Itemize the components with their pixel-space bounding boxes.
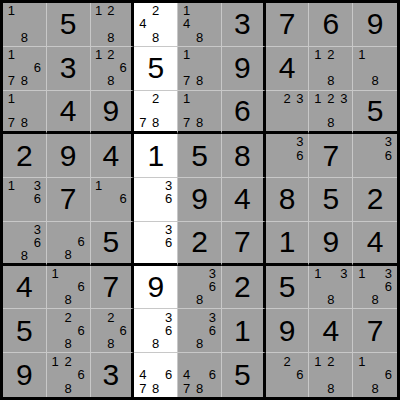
pencil-mark-8: 8 — [105, 337, 117, 350]
sudoku-cell-r2c4[interactable]: 5 — [134, 47, 178, 91]
pencil-mark-8: 8 — [368, 74, 381, 87]
pencil-mark-2: 2 — [105, 48, 117, 61]
pencil-mark-2: 2 — [281, 354, 294, 368]
sudoku-cell-r5c7[interactable]: 8 — [266, 178, 310, 222]
pencil-marks: 178 — [178, 47, 221, 90]
sudoku-cell-r2c7[interactable]: 4 — [266, 47, 310, 91]
sudoku-cell-r1c6[interactable]: 3 — [222, 3, 266, 47]
pencil-marks: 268 — [47, 309, 90, 352]
cell-value: 4 — [60, 96, 77, 126]
sudoku-cell-r7c9[interactable]: 1368 — [353, 266, 397, 310]
pencil-mark-6: 6 — [75, 235, 88, 248]
sudoku-cell-r3c4[interactable]: 278 — [134, 91, 178, 135]
cell-value: 5 — [60, 9, 77, 39]
sudoku-cell-r4c9[interactable]: 36 — [353, 134, 397, 178]
pencil-marks: 1268 — [47, 353, 90, 397]
sudoku-cell-r3c6[interactable]: 6 — [222, 91, 266, 135]
pencil-mark-3: 3 — [337, 92, 350, 105]
pencil-mark-4: 4 — [136, 368, 149, 382]
pencil-mark-8: 8 — [324, 74, 337, 87]
sudoku-cell-r8c6[interactable]: 1 — [222, 309, 266, 353]
pencil-mark-6: 6 — [206, 280, 219, 293]
sudoku-cell-r3c1[interactable]: 178 — [3, 91, 47, 135]
pencil-mark-8: 8 — [105, 31, 117, 44]
pencil-mark-8: 8 — [62, 293, 75, 306]
sudoku-cell-r3c3[interactable]: 9 — [91, 91, 135, 135]
pencil-marks: 18 — [3, 3, 46, 46]
pencil-marks: 168 — [47, 266, 90, 309]
sudoku-cell-r1c1[interactable]: 18 — [3, 3, 47, 47]
pencil-marks: 1678 — [3, 47, 46, 90]
pencil-mark-8: 8 — [105, 74, 117, 87]
pencil-mark-6: 6 — [294, 368, 307, 382]
pencil-mark-6: 6 — [162, 236, 175, 249]
sudoku-cell-r2c2[interactable]: 3 — [47, 47, 91, 91]
pencil-marks: 128 — [91, 3, 132, 46]
cell-value: 3 — [234, 9, 251, 39]
sudoku-cell-r2c6[interactable]: 9 — [222, 47, 266, 91]
sudoku-cell-r5c2[interactable]: 7 — [47, 178, 91, 222]
pencil-mark-1: 1 — [311, 267, 324, 280]
pencil-mark-2: 2 — [149, 92, 162, 105]
pencil-marks: 178 — [178, 91, 221, 132]
pencil-marks: 368 — [178, 266, 221, 309]
sudoku-cell-r9c5[interactable]: 4678 — [178, 353, 222, 397]
cell-value: 7 — [234, 227, 251, 257]
cell-value: 9 — [60, 141, 77, 171]
sudoku-cell-r4c8[interactable]: 7 — [309, 134, 353, 178]
cell-value: 4 — [103, 141, 120, 171]
cell-value: 9 — [16, 360, 33, 390]
pencil-mark-8: 8 — [193, 116, 206, 129]
cell-value: 5 — [279, 272, 296, 302]
cell-value: 2 — [191, 227, 208, 257]
pencil-marks: 36 — [353, 134, 397, 177]
sudoku-cell-r3c9[interactable]: 5 — [353, 91, 397, 135]
pencil-mark-3: 3 — [337, 267, 350, 280]
sudoku-cell-r9c4[interactable]: 4678 — [134, 353, 178, 397]
pencil-marks: 1368 — [353, 266, 397, 309]
pencil-marks: 68 — [47, 222, 90, 263]
sudoku-cell-r8c9[interactable]: 7 — [353, 309, 397, 353]
sudoku-cell-r7c7[interactable]: 5 — [266, 266, 310, 310]
sudoku-cell-r1c4[interactable]: 248 — [134, 3, 178, 47]
pencil-mark-3: 3 — [382, 267, 395, 280]
pencil-mark-8: 8 — [18, 116, 31, 129]
pencil-marks: 248 — [134, 3, 177, 46]
pencil-mark-3: 3 — [206, 310, 219, 323]
pencil-marks: 278 — [134, 91, 177, 132]
sudoku-cell-r2c8[interactable]: 128 — [309, 47, 353, 91]
sudoku-cell-r2c9[interactable]: 18 — [353, 47, 397, 91]
pencil-marks: 4678 — [134, 353, 177, 397]
cell-value: 2 — [16, 141, 33, 171]
pencil-mark-1: 1 — [5, 92, 18, 105]
sudoku-cell-r4c5[interactable]: 5 — [178, 134, 222, 178]
pencil-mark-8: 8 — [193, 31, 206, 44]
sudoku-cell-r3c2[interactable]: 4 — [47, 91, 91, 135]
pencil-mark-6: 6 — [31, 236, 44, 249]
pencil-mark-1: 1 — [93, 4, 105, 17]
pencil-mark-6: 6 — [31, 61, 44, 74]
sudoku-cell-r9c8[interactable]: 128 — [309, 353, 353, 397]
pencil-mark-7: 7 — [5, 116, 18, 129]
pencil-mark-8: 8 — [62, 337, 75, 350]
pencil-mark-3: 3 — [206, 267, 219, 280]
pencil-marks: 1238 — [309, 91, 352, 132]
sudoku-cell-r3c8[interactable]: 1238 — [309, 91, 353, 135]
pencil-marks: 128 — [309, 353, 352, 397]
sudoku-cell-r8c2[interactable]: 268 — [47, 309, 91, 353]
sudoku-cell-r5c4[interactable]: 36 — [134, 178, 178, 222]
pencil-mark-7: 7 — [136, 381, 149, 395]
pencil-mark-1: 1 — [355, 267, 368, 280]
cell-value: 7 — [322, 141, 339, 171]
sudoku-cell-r4c1[interactable]: 2 — [3, 134, 47, 178]
cell-value: 9 — [103, 96, 120, 126]
pencil-marks: 36 — [134, 178, 177, 221]
pencil-mark-1: 1 — [5, 4, 18, 17]
pencil-mark-1: 1 — [180, 48, 193, 61]
sudoku-cell-r9c3[interactable]: 3 — [91, 353, 135, 397]
sudoku-cell-r3c7[interactable]: 23 — [266, 91, 310, 135]
cell-value: 4 — [367, 227, 384, 257]
pencil-marks: 16 — [91, 178, 132, 221]
sudoku-cell-r6c2[interactable]: 68 — [47, 222, 91, 266]
cell-value: 7 — [279, 9, 296, 39]
pencil-mark-4: 4 — [180, 368, 193, 382]
pencil-mark-8: 8 — [62, 381, 75, 395]
pencil-mark-7: 7 — [180, 74, 193, 87]
pencil-mark-3: 3 — [294, 135, 307, 148]
sudoku-cell-r2c5[interactable]: 178 — [178, 47, 222, 91]
pencil-mark-7: 7 — [5, 74, 18, 87]
cell-value: 5 — [367, 96, 384, 126]
pencil-mark-1: 1 — [311, 92, 324, 105]
cell-value: 4 — [234, 184, 251, 214]
pencil-mark-7: 7 — [180, 116, 193, 129]
pencil-marks: 178 — [3, 91, 46, 132]
pencil-marks: 368 — [178, 309, 221, 352]
cell-value: 5 — [234, 360, 251, 390]
cell-value: 8 — [234, 141, 251, 171]
sudoku-cell-r8c8[interactable]: 4 — [309, 309, 353, 353]
cell-value: 6 — [234, 96, 251, 126]
cell-value: 5 — [322, 184, 339, 214]
sudoku-cell-r7c1[interactable]: 4 — [3, 266, 47, 310]
cell-value: 4 — [322, 316, 339, 346]
sudoku-cell-r8c1[interactable]: 5 — [3, 309, 47, 353]
pencil-marks: 148 — [178, 3, 221, 46]
cell-value: 8 — [279, 184, 296, 214]
sudoku-cell-r6c1[interactable]: 368 — [3, 222, 47, 266]
sudoku-cell-r1c5[interactable]: 148 — [178, 3, 222, 47]
pencil-mark-1: 1 — [355, 48, 368, 61]
cell-value: 7 — [367, 316, 384, 346]
sudoku-cell-r6c9[interactable]: 4 — [353, 222, 397, 266]
sudoku-cell-r1c8[interactable]: 6 — [309, 3, 353, 47]
pencil-mark-8: 8 — [324, 293, 337, 306]
pencil-mark-6: 6 — [382, 149, 395, 162]
sudoku-cell-r7c8[interactable]: 138 — [309, 266, 353, 310]
cell-value: 9 — [367, 9, 384, 39]
cell-value: 1 — [234, 316, 251, 346]
sudoku-cell-r1c2[interactable]: 5 — [47, 3, 91, 47]
pencil-mark-3: 3 — [31, 179, 44, 192]
pencil-mark-8: 8 — [368, 293, 381, 306]
pencil-mark-1: 1 — [355, 354, 368, 368]
pencil-mark-1: 1 — [93, 179, 105, 192]
sudoku-cell-r1c7[interactable]: 7 — [266, 3, 310, 47]
pencil-marks: 128 — [309, 47, 352, 90]
pencil-mark-1: 1 — [311, 354, 324, 368]
pencil-mark-8: 8 — [193, 337, 206, 350]
sudoku-cell-r9c6[interactable]: 5 — [222, 353, 266, 397]
sudoku-cell-r7c6[interactable]: 2 — [222, 266, 266, 310]
pencil-marks: 1268 — [91, 47, 132, 90]
cell-value: 3 — [103, 360, 120, 390]
sudoku-cell-r6c6[interactable]: 7 — [222, 222, 266, 266]
sudoku-cell-r8c5[interactable]: 368 — [178, 309, 222, 353]
cell-value: 9 — [322, 227, 339, 257]
pencil-mark-6: 6 — [75, 368, 88, 382]
pencil-mark-3: 3 — [382, 135, 395, 148]
pencil-mark-7: 7 — [180, 381, 193, 395]
pencil-mark-2: 2 — [105, 4, 117, 17]
pencil-mark-2: 2 — [281, 92, 294, 105]
pencil-marks: 136 — [3, 178, 46, 221]
pencil-mark-3: 3 — [31, 223, 44, 236]
pencil-mark-6: 6 — [382, 280, 395, 293]
pencil-mark-6: 6 — [162, 324, 175, 337]
pencil-mark-1: 1 — [5, 48, 18, 61]
sudoku-cell-r9c7[interactable]: 26 — [266, 353, 310, 397]
sudoku-cell-r5c8[interactable]: 5 — [309, 178, 353, 222]
cell-value: 5 — [16, 316, 33, 346]
pencil-mark-2: 2 — [62, 354, 75, 368]
pencil-mark-8: 8 — [324, 381, 337, 395]
pencil-mark-3: 3 — [162, 223, 175, 236]
pencil-mark-7: 7 — [136, 116, 149, 129]
pencil-marks: 26 — [266, 353, 309, 397]
pencil-mark-2: 2 — [324, 48, 337, 61]
cell-value: 7 — [60, 184, 77, 214]
cell-value: 9 — [191, 184, 208, 214]
cell-value: 9 — [147, 272, 164, 302]
sudoku-cell-r5c5[interactable]: 9 — [178, 178, 222, 222]
pencil-mark-4: 4 — [136, 17, 149, 30]
pencil-mark-6: 6 — [117, 192, 129, 205]
cell-value: 9 — [234, 53, 251, 83]
pencil-mark-8: 8 — [368, 381, 381, 395]
pencil-mark-8: 8 — [149, 31, 162, 44]
sudoku-cell-r1c9[interactable]: 9 — [353, 3, 397, 47]
pencil-mark-6: 6 — [162, 368, 175, 382]
cell-value: 4 — [279, 53, 296, 83]
cell-value: 6 — [322, 9, 339, 39]
pencil-mark-6: 6 — [206, 324, 219, 337]
cell-value: 3 — [60, 53, 77, 83]
sudoku-cell-r8c3[interactable]: 268 — [91, 309, 135, 353]
pencil-mark-1: 1 — [311, 48, 324, 61]
cell-value: 9 — [279, 316, 296, 346]
pencil-marks: 36 — [134, 222, 177, 263]
pencil-mark-2: 2 — [62, 310, 75, 323]
pencil-mark-8: 8 — [18, 249, 31, 262]
cell-value: 4 — [16, 272, 33, 302]
sudoku-cell-r4c4[interactable]: 1 — [134, 134, 178, 178]
pencil-mark-1: 1 — [5, 179, 18, 192]
pencil-mark-2: 2 — [324, 92, 337, 105]
cell-value: 2 — [367, 184, 384, 214]
pencil-mark-6: 6 — [31, 192, 44, 205]
sudoku-cell-r4c3[interactable]: 4 — [91, 134, 135, 178]
pencil-mark-8: 8 — [62, 248, 75, 261]
pencil-mark-6: 6 — [162, 192, 175, 205]
sudoku-cell-r2c3[interactable]: 1268 — [91, 47, 135, 91]
cell-value: 7 — [103, 272, 120, 302]
pencil-mark-3: 3 — [294, 92, 307, 105]
pencil-mark-8: 8 — [149, 381, 162, 395]
sudoku-cell-r5c1[interactable]: 136 — [3, 178, 47, 222]
sudoku-cell-r5c6[interactable]: 4 — [222, 178, 266, 222]
sudoku-board: 1851282481483769167831268517894128181784… — [0, 0, 400, 400]
sudoku-cell-r7c4[interactable]: 9 — [134, 266, 178, 310]
sudoku-cell-r9c1[interactable]: 9 — [3, 353, 47, 397]
pencil-mark-8: 8 — [149, 116, 162, 129]
pencil-mark-1: 1 — [49, 354, 62, 368]
cell-value: 1 — [279, 227, 296, 257]
pencil-marks: 368 — [134, 309, 177, 352]
cell-value: 2 — [234, 272, 251, 302]
sudoku-cell-r4c7[interactable]: 36 — [266, 134, 310, 178]
pencil-mark-8: 8 — [149, 337, 162, 350]
pencil-mark-8: 8 — [18, 74, 31, 87]
pencil-mark-1: 1 — [180, 4, 193, 17]
sudoku-cell-r4c6[interactable]: 8 — [222, 134, 266, 178]
sudoku-cell-r6c8[interactable]: 9 — [309, 222, 353, 266]
cell-value: 5 — [147, 53, 164, 83]
pencil-mark-6: 6 — [117, 61, 129, 74]
pencil-mark-4: 4 — [180, 17, 193, 30]
pencil-marks: 268 — [91, 309, 132, 352]
pencil-marks: 36 — [266, 134, 309, 177]
pencil-mark-6: 6 — [117, 324, 129, 337]
sudoku-cell-r9c9[interactable]: 168 — [353, 353, 397, 397]
pencil-mark-1: 1 — [180, 92, 193, 105]
pencil-marks: 18 — [353, 47, 397, 90]
sudoku-cell-r7c3[interactable]: 7 — [91, 266, 135, 310]
pencil-mark-6: 6 — [75, 280, 88, 293]
sudoku-cell-r6c5[interactable]: 2 — [178, 222, 222, 266]
sudoku-cell-r6c3[interactable]: 5 — [91, 222, 135, 266]
pencil-mark-2: 2 — [149, 4, 162, 17]
pencil-mark-6: 6 — [294, 149, 307, 162]
sudoku-cell-r4c2[interactable]: 9 — [47, 134, 91, 178]
pencil-mark-3: 3 — [162, 310, 175, 323]
cell-value: 1 — [147, 141, 164, 171]
pencil-marks: 23 — [266, 91, 309, 132]
pencil-mark-6: 6 — [75, 324, 88, 337]
sudoku-cell-r1c3[interactable]: 128 — [91, 3, 135, 47]
sudoku-cell-r3c5[interactable]: 178 — [178, 91, 222, 135]
pencil-mark-6: 6 — [382, 368, 395, 382]
sudoku-cell-r6c7[interactable]: 1 — [266, 222, 310, 266]
pencil-mark-2: 2 — [324, 354, 337, 368]
pencil-mark-8: 8 — [193, 74, 206, 87]
pencil-marks: 4678 — [178, 353, 221, 397]
pencil-mark-8: 8 — [18, 31, 31, 44]
sudoku-cell-r2c1[interactable]: 1678 — [3, 47, 47, 91]
pencil-mark-3: 3 — [162, 179, 175, 192]
pencil-mark-1: 1 — [93, 48, 105, 61]
sudoku-cell-r7c2[interactable]: 168 — [47, 266, 91, 310]
cell-value: 5 — [191, 141, 208, 171]
pencil-mark-2: 2 — [105, 310, 117, 323]
cell-value: 5 — [103, 227, 120, 257]
pencil-mark-8: 8 — [324, 116, 337, 129]
sudoku-cell-r5c3[interactable]: 16 — [91, 178, 135, 222]
sudoku-cell-r9c2[interactable]: 1268 — [47, 353, 91, 397]
pencil-marks: 368 — [3, 222, 46, 263]
pencil-marks: 168 — [353, 353, 397, 397]
pencil-marks: 138 — [309, 266, 352, 309]
sudoku-cell-r8c4[interactable]: 368 — [134, 309, 178, 353]
pencil-mark-8: 8 — [193, 293, 206, 306]
sudoku-cell-r6c4[interactable]: 36 — [134, 222, 178, 266]
pencil-mark-8: 8 — [193, 381, 206, 395]
sudoku-cell-r7c5[interactable]: 368 — [178, 266, 222, 310]
pencil-mark-1: 1 — [49, 267, 62, 280]
sudoku-cell-r5c9[interactable]: 2 — [353, 178, 397, 222]
sudoku-cell-r8c7[interactable]: 9 — [266, 309, 310, 353]
pencil-mark-6: 6 — [206, 368, 219, 382]
